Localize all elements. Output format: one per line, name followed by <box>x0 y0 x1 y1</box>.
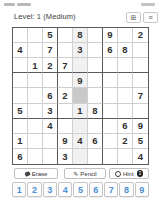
cell-r4c5[interactable]: 9 <box>73 73 88 88</box>
cell-r4c2[interactable] <box>28 73 43 88</box>
cell-r1c6[interactable] <box>88 28 103 43</box>
erase-button[interactable]: Erase <box>14 168 58 179</box>
cell-r4c3[interactable] <box>43 73 58 88</box>
hint-label: Hint <box>123 171 134 177</box>
cell-r8c2[interactable] <box>28 134 43 149</box>
cell-r3c5[interactable] <box>73 58 88 73</box>
cell-r6c6[interactable]: 8 <box>88 104 103 119</box>
cell-r9c4[interactable]: 3 <box>58 149 73 164</box>
cell-r7c8[interactable]: 6 <box>118 119 133 134</box>
menu-icon: ≡ <box>148 14 152 21</box>
cell-r7c5[interactable] <box>73 119 88 134</box>
cell-r5c3[interactable]: 6 <box>43 88 58 103</box>
lightbulb-icon <box>115 171 121 177</box>
cell-r3c3[interactable]: 2 <box>43 58 58 73</box>
cell-r8c8[interactable]: 2 <box>118 134 133 149</box>
cell-r2c4[interactable] <box>58 43 73 58</box>
cell-r1c9[interactable]: 2 <box>133 28 148 43</box>
cell-r3c2[interactable]: 1 <box>28 58 43 73</box>
cell-r2c2[interactable] <box>28 43 43 58</box>
cell-r6c7[interactable] <box>103 104 118 119</box>
cell-r4c8[interactable] <box>118 73 133 88</box>
status-left-text-2 <box>17 3 31 6</box>
cell-r8c7[interactable] <box>103 134 118 149</box>
cell-r1c8[interactable] <box>118 28 133 43</box>
cell-r5c2[interactable] <box>28 88 43 103</box>
status-bar <box>0 2 161 7</box>
cell-r7c9[interactable]: 9 <box>133 119 148 134</box>
cell-r8c3[interactable] <box>43 134 58 149</box>
cell-r2c6[interactable] <box>88 43 103 58</box>
cell-r2c3[interactable]: 7 <box>43 43 58 58</box>
cell-r5c9[interactable]: 7 <box>133 88 148 103</box>
numpad-3-button[interactable]: 3 <box>43 182 57 197</box>
cell-r9c2[interactable] <box>28 149 43 164</box>
sudoku-app-screen: Level: 1 (Medium) ⊞ ≡ 589247368127962753… <box>0 0 161 215</box>
cell-r6c4[interactable] <box>58 104 73 119</box>
cell-r9c1[interactable]: 6 <box>13 149 28 164</box>
cell-r2c8[interactable]: 8 <box>118 43 133 58</box>
cell-r7c6[interactable] <box>88 119 103 134</box>
cell-r7c1[interactable] <box>13 119 28 134</box>
cell-r8c1[interactable]: 1 <box>13 134 28 149</box>
cell-r5c7[interactable] <box>103 88 118 103</box>
cell-r1c3[interactable]: 5 <box>43 28 58 43</box>
cell-r4c9[interactable] <box>133 73 148 88</box>
pencil-label: Pencil <box>80 171 96 177</box>
cell-r6c3[interactable]: 3 <box>43 104 58 119</box>
cell-r6c2[interactable] <box>28 104 43 119</box>
cell-r8c5[interactable]: 4 <box>73 134 88 149</box>
cell-r2c5[interactable]: 3 <box>73 43 88 58</box>
menu-button[interactable]: ≡ <box>143 12 158 23</box>
eraser-icon <box>24 171 30 176</box>
hint-count-badge: 3 <box>137 170 144 177</box>
cell-r4c1[interactable] <box>13 73 28 88</box>
cell-r4c4[interactable] <box>58 73 73 88</box>
cell-r3c1[interactable] <box>13 58 28 73</box>
pencil-button[interactable]: ✎ Pencil <box>64 168 106 179</box>
cell-r9c8[interactable] <box>118 149 133 164</box>
cell-r7c3[interactable]: 4 <box>43 119 58 134</box>
status-right-battery <box>141 3 155 6</box>
numpad-7-button[interactable]: 7 <box>104 182 118 197</box>
cell-r3c7[interactable] <box>103 58 118 73</box>
numpad-2-button[interactable]: 2 <box>27 182 41 197</box>
status-left-text <box>4 3 15 6</box>
numpad-6-button[interactable]: 6 <box>89 182 103 197</box>
cell-r5c5[interactable] <box>73 88 88 103</box>
cell-r1c4[interactable] <box>58 28 73 43</box>
level-label: Level: 1 (Medium) <box>14 12 76 21</box>
cell-r1c2[interactable] <box>28 28 43 43</box>
cell-r1c5[interactable]: 8 <box>73 28 88 43</box>
cell-r3c4[interactable]: 7 <box>58 58 73 73</box>
erase-label: Erase <box>32 171 48 177</box>
cell-r7c4[interactable] <box>58 119 73 134</box>
cell-r6c9[interactable] <box>133 104 148 119</box>
cell-r6c1[interactable]: 5 <box>13 104 28 119</box>
cell-r9c7[interactable] <box>103 149 118 164</box>
cell-r4c6[interactable] <box>88 73 103 88</box>
cell-r4c7[interactable] <box>103 73 118 88</box>
cell-r9c6[interactable] <box>88 149 103 164</box>
cell-r7c2[interactable] <box>28 119 43 134</box>
cell-r6c8[interactable] <box>118 104 133 119</box>
cell-r9c5[interactable] <box>73 149 88 164</box>
cell-r3c8[interactable] <box>118 58 133 73</box>
cell-r1c7[interactable]: 9 <box>103 28 118 43</box>
cell-r5c6[interactable] <box>88 88 103 103</box>
cell-r8c4[interactable]: 9 <box>58 134 73 149</box>
board-grid-button[interactable]: ⊞ <box>126 12 141 23</box>
cell-r3c6[interactable] <box>88 58 103 73</box>
number-pad: 123456789 <box>12 182 149 197</box>
cell-r7c7[interactable] <box>103 119 118 134</box>
sudoku-board: 58924736812796275318469194625634 <box>12 27 149 165</box>
cell-r1c1[interactable] <box>13 28 28 43</box>
cell-r2c1[interactable]: 4 <box>13 43 28 58</box>
cell-r9c3[interactable] <box>43 149 58 164</box>
numpad-8-button[interactable]: 8 <box>119 182 133 197</box>
cell-r5c8[interactable] <box>118 88 133 103</box>
numpad-4-button[interactable]: 4 <box>58 182 72 197</box>
cell-r8c6[interactable]: 6 <box>88 134 103 149</box>
numpad-5-button[interactable]: 5 <box>73 182 87 197</box>
hint-button[interactable]: Hint 3 <box>109 168 149 179</box>
cell-r2c7[interactable]: 6 <box>103 43 118 58</box>
cell-r3c9[interactable] <box>133 58 148 73</box>
pencil-icon: ✎ <box>73 170 78 177</box>
cell-r8c9[interactable]: 5 <box>133 134 148 149</box>
cell-r9c9[interactable]: 4 <box>133 149 148 164</box>
cell-r6c5[interactable]: 1 <box>73 104 88 119</box>
numpad-9-button[interactable]: 9 <box>135 182 149 197</box>
cell-r5c1[interactable] <box>13 88 28 103</box>
cell-r5c4[interactable]: 2 <box>58 88 73 103</box>
cell-r2c9[interactable] <box>133 43 148 58</box>
numpad-1-button[interactable]: 1 <box>12 182 26 197</box>
grid-icon: ⊞ <box>131 14 137 22</box>
